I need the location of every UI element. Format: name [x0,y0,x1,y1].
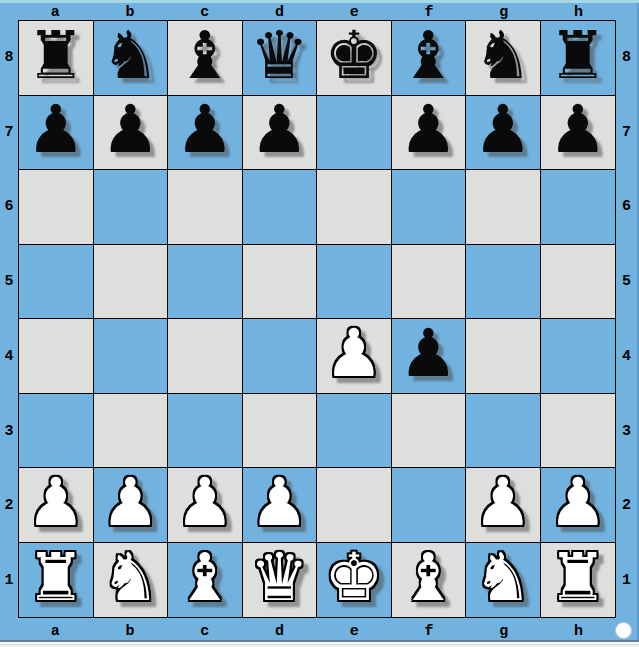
piece-black-bishop[interactable]: ♝ [399,23,458,89]
rank-labels-right: 87654321 [616,20,637,618]
square-b6[interactable] [94,170,169,245]
square-c5[interactable] [168,245,243,320]
piece-black-pawn[interactable]: ♟ [473,97,532,163]
piece-white-pawn[interactable]: ♟ [548,470,607,536]
square-c7[interactable]: ♟ [168,96,243,171]
rank-label-right-5: 5 [616,244,637,319]
square-d2[interactable]: ♟ [243,468,318,543]
piece-white-pawn[interactable]: ♟ [26,470,85,536]
square-d5[interactable] [243,245,318,320]
square-e3[interactable] [317,394,392,469]
piece-black-pawn[interactable]: ♟ [548,97,607,163]
square-a7[interactable]: ♟ [19,96,94,171]
rank-label-left-7: 7 [0,95,18,170]
piece-black-pawn[interactable]: ♟ [175,97,234,163]
square-g5[interactable] [466,245,541,320]
square-c4[interactable] [168,319,243,394]
square-g6[interactable] [466,170,541,245]
square-e2[interactable] [317,468,392,543]
square-d4[interactable] [243,319,318,394]
piece-black-pawn[interactable]: ♟ [101,97,160,163]
rank-label-right-1: 1 [616,543,637,618]
square-c2[interactable]: ♟ [168,468,243,543]
square-d8[interactable]: ♛ [243,21,318,96]
square-g7[interactable]: ♟ [466,96,541,171]
square-b4[interactable] [94,319,169,394]
square-h4[interactable] [541,319,616,394]
piece-white-knight[interactable]: ♞ [101,545,160,611]
rank-label-left-4: 4 [0,319,18,394]
square-b3[interactable] [94,394,169,469]
rank-label-right-3: 3 [616,394,637,469]
square-a3[interactable] [19,394,94,469]
square-g2[interactable]: ♟ [466,468,541,543]
square-a4[interactable] [19,319,94,394]
square-h5[interactable] [541,245,616,320]
square-f4[interactable]: ♟ [392,319,467,394]
square-d3[interactable] [243,394,318,469]
square-f3[interactable] [392,394,467,469]
square-e7[interactable] [317,96,392,171]
rank-label-right-4: 4 [616,319,637,394]
piece-black-knight[interactable]: ♞ [101,23,160,89]
square-h2[interactable]: ♟ [541,468,616,543]
file-label-bottom-c: c [168,622,243,640]
rank-label-left-6: 6 [0,170,18,245]
square-h8[interactable]: ♜ [541,21,616,96]
square-f5[interactable] [392,245,467,320]
rank-label-right-8: 8 [616,20,637,95]
file-label-bottom-b: b [93,622,168,640]
square-a8[interactable]: ♜ [19,21,94,96]
square-e8[interactable]: ♚ [317,21,392,96]
piece-black-rook[interactable]: ♜ [548,23,607,89]
piece-white-bishop[interactable]: ♝ [399,545,458,611]
piece-white-queen[interactable]: ♛ [250,545,309,611]
piece-black-pawn[interactable]: ♟ [250,97,309,163]
square-b8[interactable]: ♞ [94,21,169,96]
square-g4[interactable] [466,319,541,394]
square-e4[interactable]: ♟ [317,319,392,394]
square-e1[interactable]: ♚ [317,543,392,618]
file-label-bottom-g: g [467,622,542,640]
square-b1[interactable]: ♞ [94,543,169,618]
rank-labels-left: 87654321 [0,20,18,618]
rank-label-right-6: 6 [616,170,637,245]
square-h7[interactable]: ♟ [541,96,616,171]
square-a2[interactable]: ♟ [19,468,94,543]
piece-black-king[interactable]: ♚ [324,23,383,89]
chess-board: ♜♞♝♛♚♝♞♜♟♟♟♟♟♟♟♟♟♟♟♟♟♟♟♜♞♝♛♚♝♞♜ [18,20,616,618]
square-b2[interactable]: ♟ [94,468,169,543]
piece-white-pawn[interactable]: ♟ [324,321,383,387]
file-labels-bottom: abcdefgh [18,622,616,640]
square-d7[interactable]: ♟ [243,96,318,171]
rank-label-left-5: 5 [0,244,18,319]
piece-white-pawn[interactable]: ♟ [101,470,160,536]
turn-indicator-white-circle [616,623,631,638]
square-h3[interactable] [541,394,616,469]
piece-white-knight[interactable]: ♞ [473,545,532,611]
square-g3[interactable] [466,394,541,469]
square-c8[interactable]: ♝ [168,21,243,96]
piece-white-bishop[interactable]: ♝ [175,545,234,611]
square-d6[interactable] [243,170,318,245]
file-label-bottom-f: f [392,622,467,640]
piece-white-pawn[interactable]: ♟ [250,470,309,536]
piece-white-king[interactable]: ♚ [324,545,383,611]
square-a5[interactable] [19,245,94,320]
piece-white-pawn[interactable]: ♟ [175,470,234,536]
square-h6[interactable] [541,170,616,245]
piece-white-rook[interactable]: ♜ [26,545,85,611]
square-c1[interactable]: ♝ [168,543,243,618]
piece-black-pawn[interactable]: ♟ [399,97,458,163]
square-e5[interactable] [317,245,392,320]
file-label-bottom-h: h [541,622,616,640]
square-b5[interactable] [94,245,169,320]
square-h1[interactable]: ♜ [541,543,616,618]
piece-black-rook[interactable]: ♜ [26,23,85,89]
rank-label-right-2: 2 [616,469,637,544]
rank-label-left-8: 8 [0,20,18,95]
square-b7[interactable]: ♟ [94,96,169,171]
piece-black-knight[interactable]: ♞ [473,23,532,89]
square-f8[interactable]: ♝ [392,21,467,96]
square-f6[interactable] [392,170,467,245]
square-a6[interactable] [19,170,94,245]
file-label-bottom-d: d [242,622,317,640]
piece-black-queen[interactable]: ♛ [250,23,309,89]
window-bottom-edge [0,640,639,647]
square-c3[interactable] [168,394,243,469]
square-f2[interactable] [392,468,467,543]
piece-black-pawn[interactable]: ♟ [26,97,85,163]
square-g8[interactable]: ♞ [466,21,541,96]
square-e6[interactable] [317,170,392,245]
rank-label-right-7: 7 [616,95,637,170]
piece-white-rook[interactable]: ♜ [548,545,607,611]
piece-white-pawn[interactable]: ♟ [473,470,532,536]
piece-black-pawn[interactable]: ♟ [399,321,458,387]
square-f7[interactable]: ♟ [392,96,467,171]
square-d1[interactable]: ♛ [243,543,318,618]
square-f1[interactable]: ♝ [392,543,467,618]
file-label-bottom-a: a [18,622,93,640]
square-g1[interactable]: ♞ [466,543,541,618]
chess-board-frame: abcdefgh abcdefgh 87654321 87654321 ♜♞♝♛… [0,3,639,640]
rank-label-left-1: 1 [0,543,18,618]
file-label-bottom-e: e [317,622,392,640]
square-a1[interactable]: ♜ [19,543,94,618]
square-c6[interactable] [168,170,243,245]
rank-label-left-3: 3 [0,394,18,469]
piece-black-bishop[interactable]: ♝ [175,23,234,89]
rank-label-left-2: 2 [0,469,18,544]
chess-gui-window: abcdefgh abcdefgh 87654321 87654321 ♜♞♝♛… [0,0,639,647]
